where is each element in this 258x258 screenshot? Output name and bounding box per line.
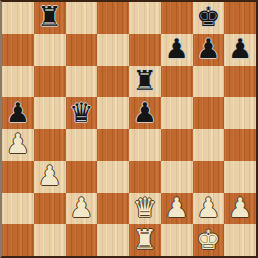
square-h2[interactable]: ♟ [224, 193, 256, 225]
piece-white-pawn[interactable]: ♟ [228, 194, 252, 221]
square-c1[interactable] [66, 224, 98, 256]
square-f1[interactable] [161, 224, 193, 256]
square-a7[interactable] [2, 34, 34, 66]
square-e7[interactable] [129, 34, 161, 66]
piece-white-queen[interactable]: ♛ [133, 194, 157, 221]
piece-black-rook[interactable]: ♜ [38, 3, 62, 30]
square-g8[interactable]: ♚ [193, 2, 225, 34]
square-a8[interactable] [2, 2, 34, 34]
square-f2[interactable]: ♟ [161, 193, 193, 225]
square-d7[interactable] [97, 34, 129, 66]
square-f3[interactable] [161, 161, 193, 193]
square-a6[interactable] [2, 66, 34, 98]
square-g4[interactable] [193, 129, 225, 161]
square-e8[interactable] [129, 2, 161, 34]
square-b6[interactable] [34, 66, 66, 98]
square-c7[interactable] [66, 34, 98, 66]
square-d4[interactable] [97, 129, 129, 161]
square-e6[interactable]: ♜ [129, 66, 161, 98]
square-b4[interactable] [34, 129, 66, 161]
square-f6[interactable] [161, 66, 193, 98]
square-d8[interactable] [97, 2, 129, 34]
piece-black-king[interactable]: ♚ [196, 3, 220, 30]
piece-white-pawn[interactable]: ♟ [165, 194, 189, 221]
square-a2[interactable] [2, 193, 34, 225]
square-g3[interactable] [193, 161, 225, 193]
square-h8[interactable] [224, 2, 256, 34]
square-c2[interactable]: ♟ [66, 193, 98, 225]
square-a5[interactable]: ♟ [2, 97, 34, 129]
square-b5[interactable] [34, 97, 66, 129]
piece-white-rook[interactable]: ♜ [133, 226, 157, 253]
chess-board-frame: ♜♚♟♟♟♜♟♛♟♟♟♟♛♟♟♟♜♚ [0, 0, 258, 258]
square-b1[interactable] [34, 224, 66, 256]
square-d1[interactable] [97, 224, 129, 256]
square-h6[interactable] [224, 66, 256, 98]
square-d6[interactable] [97, 66, 129, 98]
square-c8[interactable] [66, 2, 98, 34]
piece-black-pawn[interactable]: ♟ [228, 35, 252, 62]
square-d2[interactable] [97, 193, 129, 225]
square-h1[interactable] [224, 224, 256, 256]
square-a4[interactable]: ♟ [2, 129, 34, 161]
piece-black-pawn[interactable]: ♟ [6, 99, 30, 126]
square-g1[interactable]: ♚ [193, 224, 225, 256]
piece-black-pawn[interactable]: ♟ [165, 35, 189, 62]
square-f5[interactable] [161, 97, 193, 129]
piece-white-pawn[interactable]: ♟ [69, 194, 93, 221]
square-c4[interactable] [66, 129, 98, 161]
square-a3[interactable] [2, 161, 34, 193]
square-b3[interactable]: ♟ [34, 161, 66, 193]
square-e1[interactable]: ♜ [129, 224, 161, 256]
square-f4[interactable] [161, 129, 193, 161]
square-b7[interactable] [34, 34, 66, 66]
square-h7[interactable]: ♟ [224, 34, 256, 66]
square-a1[interactable] [2, 224, 34, 256]
piece-black-rook[interactable]: ♜ [133, 67, 157, 94]
chess-board: ♜♚♟♟♟♜♟♛♟♟♟♟♛♟♟♟♜♚ [2, 2, 256, 256]
square-c6[interactable] [66, 66, 98, 98]
piece-white-king[interactable]: ♚ [196, 226, 220, 253]
piece-black-pawn[interactable]: ♟ [133, 99, 157, 126]
square-b2[interactable] [34, 193, 66, 225]
piece-white-pawn[interactable]: ♟ [196, 194, 220, 221]
square-d5[interactable] [97, 97, 129, 129]
square-e3[interactable] [129, 161, 161, 193]
piece-black-queen[interactable]: ♛ [69, 99, 93, 126]
square-c3[interactable] [66, 161, 98, 193]
square-e5[interactable]: ♟ [129, 97, 161, 129]
square-b8[interactable]: ♜ [34, 2, 66, 34]
square-h3[interactable] [224, 161, 256, 193]
square-h4[interactable] [224, 129, 256, 161]
square-c5[interactable]: ♛ [66, 97, 98, 129]
square-g5[interactable] [193, 97, 225, 129]
square-g6[interactable] [193, 66, 225, 98]
square-d3[interactable] [97, 161, 129, 193]
square-f8[interactable] [161, 2, 193, 34]
piece-white-pawn[interactable]: ♟ [38, 162, 62, 189]
square-e4[interactable] [129, 129, 161, 161]
square-f7[interactable]: ♟ [161, 34, 193, 66]
square-g2[interactable]: ♟ [193, 193, 225, 225]
square-h5[interactable] [224, 97, 256, 129]
piece-black-pawn[interactable]: ♟ [196, 35, 220, 62]
square-g7[interactable]: ♟ [193, 34, 225, 66]
square-e2[interactable]: ♛ [129, 193, 161, 225]
piece-white-pawn[interactable]: ♟ [6, 130, 30, 157]
